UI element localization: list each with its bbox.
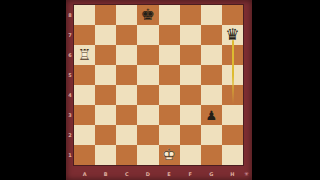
square-h3[interactable]	[222, 105, 243, 125]
square-d6[interactable]	[137, 45, 158, 65]
square-f7[interactable]	[180, 25, 201, 45]
square-f6[interactable]	[180, 45, 201, 65]
square-f8[interactable]	[180, 5, 201, 25]
square-b2[interactable]	[95, 125, 116, 145]
square-g7[interactable]	[201, 25, 222, 45]
board-logo-icon: ✳	[244, 170, 249, 178]
rank-label-2: 2	[66, 125, 74, 145]
file-label-e: E	[159, 169, 180, 178]
square-e3[interactable]	[159, 105, 180, 125]
square-d4[interactable]	[137, 85, 158, 105]
square-d5[interactable]	[137, 65, 158, 85]
square-c1[interactable]	[116, 145, 137, 165]
square-e8[interactable]	[159, 5, 180, 25]
square-e2[interactable]	[159, 125, 180, 145]
square-a4[interactable]	[74, 85, 95, 105]
square-g5[interactable]	[201, 65, 222, 85]
square-h8[interactable]	[222, 5, 243, 25]
square-c2[interactable]	[116, 125, 137, 145]
square-g1[interactable]	[201, 145, 222, 165]
rank-label-3: 3	[66, 105, 74, 125]
file-label-c: C	[116, 169, 137, 178]
square-a1[interactable]	[74, 145, 95, 165]
square-c8[interactable]	[116, 5, 137, 25]
square-c6[interactable]	[116, 45, 137, 65]
square-b6[interactable]	[95, 45, 116, 65]
white-king[interactable]: ♔	[159, 145, 180, 165]
file-labels: ABCDEFGH	[74, 169, 243, 178]
file-label-b: B	[95, 169, 116, 178]
square-b1[interactable]	[95, 145, 116, 165]
square-d2[interactable]	[137, 125, 158, 145]
file-label-f: F	[180, 169, 201, 178]
square-f4[interactable]	[180, 85, 201, 105]
square-a8[interactable]	[74, 5, 95, 25]
square-e7[interactable]	[159, 25, 180, 45]
square-b3[interactable]	[95, 105, 116, 125]
rank-label-1: 1	[66, 145, 74, 165]
file-label-h: H	[222, 169, 243, 178]
rank-label-5: 5	[66, 65, 74, 85]
rank-labels: 87654321	[66, 5, 74, 165]
square-d8[interactable]: ♚	[137, 5, 158, 25]
square-f3[interactable]	[180, 105, 201, 125]
square-e1[interactable]: ♚♔	[159, 145, 180, 165]
square-c3[interactable]	[116, 105, 137, 125]
rank-label-6: 6	[66, 45, 74, 65]
square-f1[interactable]	[180, 145, 201, 165]
square-b7[interactable]	[95, 25, 116, 45]
square-c5[interactable]	[116, 65, 137, 85]
square-g2[interactable]	[201, 125, 222, 145]
rank-label-4: 4	[66, 85, 74, 105]
square-d7[interactable]	[137, 25, 158, 45]
board: ♚♛♜♖♟♚♔	[74, 5, 243, 165]
square-a3[interactable]	[74, 105, 95, 125]
square-c4[interactable]	[116, 85, 137, 105]
square-d3[interactable]	[137, 105, 158, 125]
square-h2[interactable]	[222, 125, 243, 145]
square-b4[interactable]	[95, 85, 116, 105]
square-h1[interactable]	[222, 145, 243, 165]
square-a6[interactable]: ♜♖	[74, 45, 95, 65]
white-rook[interactable]: ♖	[74, 45, 95, 65]
black-pawn[interactable]: ♟	[201, 105, 222, 125]
square-f2[interactable]	[180, 125, 201, 145]
square-a5[interactable]	[74, 65, 95, 85]
square-f5[interactable]	[180, 65, 201, 85]
file-label-a: A	[74, 169, 95, 178]
square-g4[interactable]	[201, 85, 222, 105]
file-label-g: G	[201, 169, 222, 178]
file-label-d: D	[137, 169, 158, 178]
square-e6[interactable]	[159, 45, 180, 65]
square-g8[interactable]	[201, 5, 222, 25]
rank-label-7: 7	[66, 25, 74, 45]
square-b5[interactable]	[95, 65, 116, 85]
square-g3[interactable]: ♟	[201, 105, 222, 125]
square-d1[interactable]	[137, 145, 158, 165]
square-a2[interactable]	[74, 125, 95, 145]
rank-label-8: 8	[66, 5, 74, 25]
square-a7[interactable]	[74, 25, 95, 45]
square-g6[interactable]	[201, 45, 222, 65]
chess-app: 87654321 ♚♛♜♖♟♚♔ ABCDEFGH ✳	[0, 0, 320, 180]
square-e4[interactable]	[159, 85, 180, 105]
square-c7[interactable]	[116, 25, 137, 45]
square-b8[interactable]	[95, 5, 116, 25]
black-king[interactable]: ♚	[137, 5, 158, 25]
square-e5[interactable]	[159, 65, 180, 85]
move-arrow	[232, 40, 234, 104]
